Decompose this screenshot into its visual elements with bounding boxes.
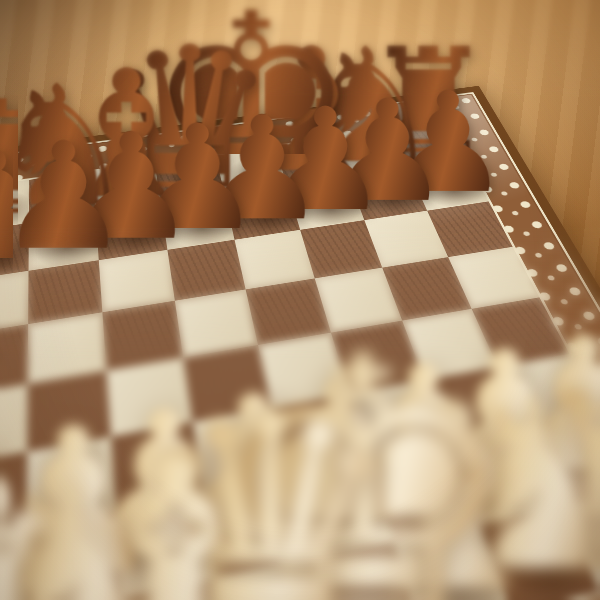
white-rook-icon: ♜: [0, 484, 83, 600]
chess-board: ♜♞♝♛♚♝♞♜♟♟♟♟♟♟♟♟♟♟♟♟♟♟♟♟♜♞♝♛♚♝♞♜: [0, 86, 600, 600]
photo-frame: ♜♞♝♛♚♝♞♜♟♟♟♟♟♟♟♟♟♟♟♟♟♟♟♟♜♞♝♛♚♝♞♜: [0, 0, 600, 600]
scene: ♜♞♝♛♚♝♞♜♟♟♟♟♟♟♟♟♟♟♟♟♟♟♟♟♜♞♝♛♚♝♞♜: [0, 0, 600, 600]
